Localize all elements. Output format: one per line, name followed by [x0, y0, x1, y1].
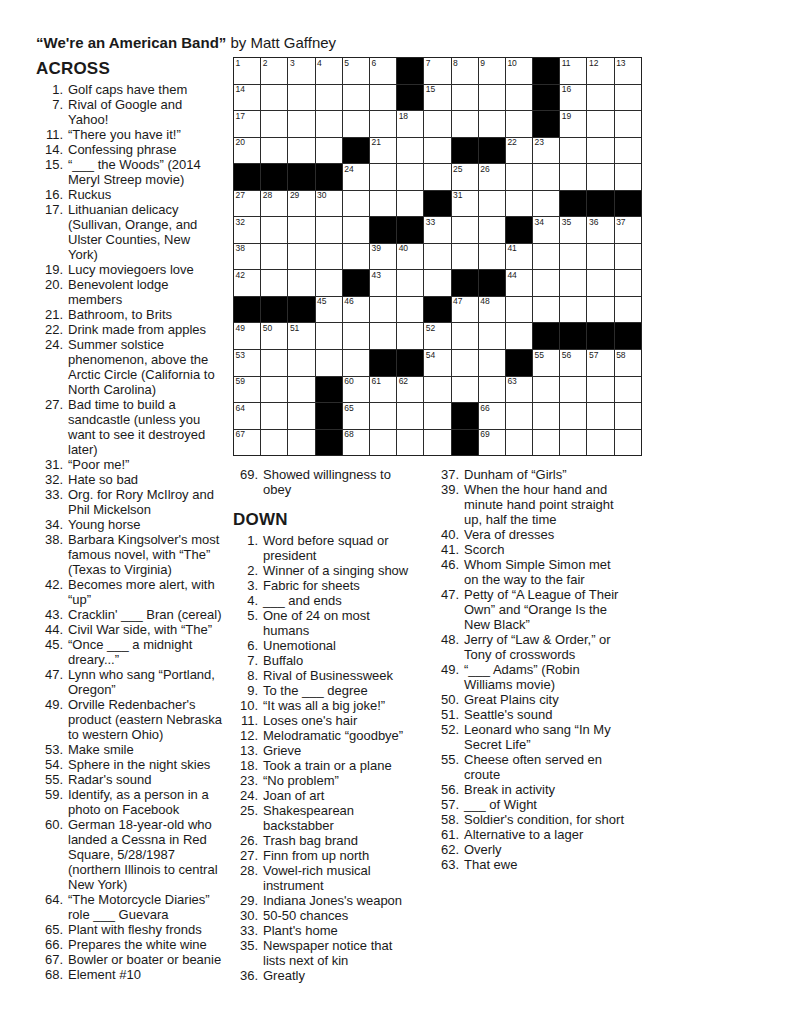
grid-cell[interactable]: 8: [452, 58, 478, 84]
puzzle-byline: by Matt Gaffney: [226, 34, 336, 51]
grid-cell[interactable]: [587, 164, 613, 190]
grid-cell[interactable]: 43: [370, 270, 396, 296]
clue-text: Bathroom, to Brits: [68, 307, 223, 322]
grid-cell[interactable]: [288, 350, 314, 376]
black-cell: [424, 191, 450, 217]
grid-cell[interactable]: [261, 217, 287, 243]
grid-cell[interactable]: [370, 323, 396, 349]
grid-cell[interactable]: 6: [370, 58, 396, 84]
grid-cell[interactable]: [506, 191, 532, 217]
across-clue-1: 1.Golf caps have them: [36, 82, 232, 97]
grid-cell[interactable]: [452, 111, 478, 137]
clue-text: Scorch: [464, 542, 624, 557]
grid-cell[interactable]: [615, 111, 641, 137]
clue-text: Trash bag brand: [263, 833, 413, 848]
grid-cell[interactable]: [615, 138, 641, 164]
grid-cell[interactable]: 25: [452, 164, 478, 190]
clue-number: 14.: [36, 142, 68, 157]
cell-number: 24: [344, 165, 353, 174]
grid-cell[interactable]: [506, 430, 532, 456]
grid-cell[interactable]: 17: [234, 111, 260, 137]
grid-cell[interactable]: [560, 270, 586, 296]
cell-number: 50: [263, 324, 272, 333]
clue-number: 47.: [36, 667, 68, 682]
clue-text: Lucy moviegoers love: [68, 262, 223, 277]
grid-cell[interactable]: 60: [343, 377, 369, 403]
clue-text: “No problem”: [263, 773, 413, 788]
grid-cell[interactable]: [397, 403, 423, 429]
grid-cell[interactable]: [424, 430, 450, 456]
grid-cell[interactable]: [424, 377, 450, 403]
grid-cell[interactable]: [370, 403, 396, 429]
grid-cell[interactable]: [288, 111, 314, 137]
grid-cell[interactable]: [560, 138, 586, 164]
grid-cell[interactable]: 3: [288, 58, 314, 84]
cell-number: 32: [236, 218, 245, 227]
clue-number: 53.: [36, 742, 68, 757]
down-clue-55: 55.Cheese often served en croute: [437, 752, 637, 782]
black-cell: [452, 430, 478, 456]
grid-cell[interactable]: [533, 270, 559, 296]
grid-cell[interactable]: [587, 270, 613, 296]
grid-cell[interactable]: 30: [316, 191, 342, 217]
clue-text: Cheese often served en croute: [464, 752, 624, 782]
cell-number: 39: [371, 244, 380, 253]
grid-cell[interactable]: 18: [397, 111, 423, 137]
grid-cell[interactable]: [424, 111, 450, 137]
grid-cell[interactable]: [397, 138, 423, 164]
clue-number: 1.: [36, 82, 68, 97]
grid-cell[interactable]: [261, 111, 287, 137]
cell-number: 31: [453, 191, 462, 200]
grid-cell[interactable]: [615, 430, 641, 456]
grid-cell[interactable]: 19: [560, 111, 586, 137]
black-cell: [397, 58, 423, 84]
grid-cell[interactable]: [587, 377, 613, 403]
across-clue-53: 53.Make smile: [36, 742, 232, 757]
grid-cell[interactable]: [370, 430, 396, 456]
clue-number: 9.: [233, 683, 263, 698]
black-cell: [397, 350, 423, 376]
grid-cell[interactable]: [288, 403, 314, 429]
grid-cell[interactable]: 20: [234, 138, 260, 164]
across-clues-continued: 69.Showed willingness to obey: [233, 467, 433, 497]
grid-cell[interactable]: 34: [533, 217, 559, 243]
clue-number: 49.: [437, 662, 464, 677]
cell-number: 26: [480, 165, 489, 174]
clue-number: 25.: [233, 803, 263, 818]
grid-cell[interactable]: [560, 430, 586, 456]
black-cell: [343, 138, 369, 164]
grid-cell[interactable]: 32: [234, 217, 260, 243]
cell-number: 40: [399, 244, 408, 253]
grid-cell[interactable]: [288, 430, 314, 456]
grid-cell[interactable]: [316, 323, 342, 349]
grid-cell[interactable]: [316, 244, 342, 270]
grid-cell[interactable]: 54: [424, 350, 450, 376]
puzzle-title: “We're an American Band” by Matt Gaffney: [36, 34, 336, 51]
grid-cell[interactable]: [452, 350, 478, 376]
grid-cell[interactable]: [370, 191, 396, 217]
clue-text: Took a train or a plane: [263, 758, 413, 773]
clue-text: Bowler or boater or beanie: [68, 952, 223, 967]
grid-cell[interactable]: [587, 85, 613, 111]
cell-number: 34: [535, 218, 544, 227]
down-clues-list-b: 37.Dunham of “Girls”39.When the hour han…: [437, 467, 637, 872]
grid-cell[interactable]: 14: [234, 85, 260, 111]
grid-cell[interactable]: 41: [506, 244, 532, 270]
grid-cell[interactable]: 39: [370, 244, 396, 270]
grid-cell[interactable]: [316, 111, 342, 137]
cell-number: 43: [371, 271, 380, 280]
across-clue-20: 20.Benevolent lodge members: [36, 277, 232, 307]
grid-cell[interactable]: [587, 403, 613, 429]
grid-cell[interactable]: [261, 403, 287, 429]
grid-cell[interactable]: [370, 297, 396, 323]
clue-text: 50-50 chances: [263, 908, 413, 923]
grid-cell[interactable]: [533, 430, 559, 456]
down-clue-56: 56.Break in activity: [437, 782, 637, 797]
grid-cell[interactable]: [397, 191, 423, 217]
grid-cell[interactable]: 44: [506, 270, 532, 296]
grid-cell[interactable]: 31: [452, 191, 478, 217]
clue-text: Finn from up north: [263, 848, 413, 863]
clue-number: 31.: [36, 457, 68, 472]
grid-cell[interactable]: 26: [479, 164, 505, 190]
grid-cell[interactable]: [560, 297, 586, 323]
grid-cell[interactable]: [316, 270, 342, 296]
grid-cell[interactable]: [261, 350, 287, 376]
grid-cell[interactable]: 29: [288, 191, 314, 217]
cell-number: 55: [535, 351, 544, 360]
grid-cell[interactable]: [424, 138, 450, 164]
grid-cell[interactable]: 61: [370, 377, 396, 403]
grid-cell[interactable]: [370, 164, 396, 190]
clue-text: “The Motorcycle Diaries” role ___ Guevar…: [68, 892, 223, 922]
grid-cell[interactable]: 40: [397, 244, 423, 270]
grid-cell[interactable]: [479, 191, 505, 217]
clue-text: That ewe: [464, 857, 624, 872]
grid-cell[interactable]: 58: [615, 350, 641, 376]
grid-cell[interactable]: 51: [288, 323, 314, 349]
grid-cell[interactable]: 10: [506, 58, 532, 84]
across-clue-34: 34.Young horse: [36, 517, 232, 532]
grid-cell[interactable]: [615, 297, 641, 323]
grid-cell[interactable]: [560, 403, 586, 429]
clue-text: When the hour hand and minute hand point…: [464, 482, 624, 527]
grid-cell[interactable]: [533, 403, 559, 429]
clue-text: Winner of a singing show: [263, 563, 413, 578]
cell-number: 3: [290, 59, 295, 68]
grid-cell[interactable]: 5: [343, 58, 369, 84]
grid-cell[interactable]: 13: [615, 58, 641, 84]
grid-cell[interactable]: 22: [506, 138, 532, 164]
grid-cell[interactable]: [397, 297, 423, 323]
grid-cell[interactable]: 36: [587, 217, 613, 243]
grid-cell[interactable]: 69: [479, 430, 505, 456]
grid-cell[interactable]: [533, 244, 559, 270]
cell-number: 18: [399, 112, 408, 121]
cell-number: 61: [371, 377, 380, 386]
clue-text: Bad time to build a sandcastle (unless y…: [68, 397, 223, 457]
clue-text: Petty of “A League of Their Own” and “Or…: [464, 587, 624, 632]
grid-cell[interactable]: [560, 377, 586, 403]
grid-cell[interactable]: [452, 85, 478, 111]
clue-text: Leonard who sang “In My Secret Life”: [464, 722, 624, 752]
black-cell: [533, 323, 559, 349]
clue-text: Civil War side, with “The”: [68, 622, 223, 637]
clue-text: Joan of art: [263, 788, 413, 803]
clue-number: 27.: [233, 848, 263, 863]
grid-cell[interactable]: [316, 217, 342, 243]
grid-cell[interactable]: 27: [234, 191, 260, 217]
grid-cell[interactable]: [261, 377, 287, 403]
clue-number: 64.: [36, 892, 68, 907]
cell-number: 29: [290, 191, 299, 200]
grid-cell[interactable]: [587, 297, 613, 323]
clue-number: 58.: [437, 812, 464, 827]
grid-cell[interactable]: [261, 270, 287, 296]
grid-cell[interactable]: 7: [424, 58, 450, 84]
grid-cell[interactable]: [587, 244, 613, 270]
down-clue-61: 61.Alternative to a lager: [437, 827, 637, 842]
grid-cell[interactable]: [533, 297, 559, 323]
grid-cell[interactable]: [424, 164, 450, 190]
grid-cell[interactable]: 9: [479, 58, 505, 84]
grid-cell[interactable]: [615, 377, 641, 403]
down-clue-36: 36.Greatly: [233, 968, 433, 983]
across-clue-22: 22.Drink made from apples: [36, 322, 232, 337]
grid-cell[interactable]: [288, 244, 314, 270]
grid-cell[interactable]: [560, 164, 586, 190]
cell-number: 53: [236, 351, 245, 360]
grid-cell[interactable]: [316, 85, 342, 111]
grid-cell[interactable]: [533, 191, 559, 217]
grid-cell[interactable]: [479, 244, 505, 270]
grid-cell[interactable]: [424, 403, 450, 429]
grid-cell[interactable]: [452, 323, 478, 349]
grid-cell[interactable]: [424, 244, 450, 270]
clue-number: 24.: [36, 337, 68, 352]
down-clue-3: 3.Fabric for sheets: [233, 578, 433, 593]
down-clue-62: 62.Overly: [437, 842, 637, 857]
clue-number: 60.: [36, 817, 68, 832]
grid-cell[interactable]: 2: [261, 58, 287, 84]
cell-number: 22: [507, 138, 516, 147]
grid-cell[interactable]: [397, 270, 423, 296]
grid-cell[interactable]: [343, 244, 369, 270]
grid-cell[interactable]: [615, 85, 641, 111]
grid-cell[interactable]: [615, 164, 641, 190]
grid-cell[interactable]: [370, 85, 396, 111]
clue-number: 36.: [233, 968, 263, 983]
black-cell: [587, 191, 613, 217]
cell-number: 20: [236, 138, 245, 147]
grid-cell[interactable]: 67: [234, 430, 260, 456]
clue-text: Plant with fleshy fronds: [68, 922, 223, 937]
clue-text: German 18-year-old who landed a Cessna i…: [68, 817, 223, 892]
grid-cell[interactable]: 1: [234, 58, 260, 84]
grid-cell[interactable]: 47: [452, 297, 478, 323]
grid-cell[interactable]: [506, 403, 532, 429]
clue-number: 39.: [437, 482, 464, 497]
grid-cell[interactable]: [288, 377, 314, 403]
clue-number: 11.: [36, 127, 68, 142]
grid-cell[interactable]: 49: [234, 323, 260, 349]
grid-cell[interactable]: [506, 85, 532, 111]
grid-cell[interactable]: [452, 377, 478, 403]
grid-cell[interactable]: [452, 244, 478, 270]
grid-cell[interactable]: [615, 270, 641, 296]
grid-cell[interactable]: [316, 350, 342, 376]
clue-text: Greatly: [263, 968, 413, 983]
grid-cell[interactable]: 65: [343, 403, 369, 429]
down-clue-40: 40.Vera of dresses: [437, 527, 637, 542]
grid-cell[interactable]: 37: [615, 217, 641, 243]
clue-text: Prepares the white wine: [68, 937, 223, 952]
grid-cell[interactable]: [288, 217, 314, 243]
grid-cell[interactable]: [587, 138, 613, 164]
grid-cell[interactable]: 55: [533, 350, 559, 376]
clue-text: Identify, as a person in a photo on Face…: [68, 787, 223, 817]
clue-text: Break in activity: [464, 782, 624, 797]
grid-cell[interactable]: [615, 244, 641, 270]
grid-cell[interactable]: [261, 430, 287, 456]
grid-cell[interactable]: 38: [234, 244, 260, 270]
grid-cell[interactable]: 50: [261, 323, 287, 349]
down-clue-23: 23.“No problem”: [233, 773, 433, 788]
clue-number: 63.: [437, 857, 464, 872]
down-clue-48: 48.Jerry of “Law & Order,” or Tony of cr…: [437, 632, 637, 662]
across-clue-21: 21.Bathroom, to Brits: [36, 307, 232, 322]
grid-cell[interactable]: [506, 323, 532, 349]
grid-cell[interactable]: [316, 138, 342, 164]
grid-cell[interactable]: 57: [587, 350, 613, 376]
grid-cell[interactable]: [533, 377, 559, 403]
grid-cell[interactable]: 62: [397, 377, 423, 403]
grid-cell[interactable]: [479, 85, 505, 111]
black-cell: [316, 430, 342, 456]
grid-cell[interactable]: [261, 85, 287, 111]
grid-cell[interactable]: [261, 138, 287, 164]
cell-number: 23: [535, 138, 544, 147]
down-clue-46: 46.Whom Simple Simon met on the way to t…: [437, 557, 637, 587]
grid-cell[interactable]: 64: [234, 403, 260, 429]
grid-cell[interactable]: [479, 217, 505, 243]
grid-cell[interactable]: 33: [424, 217, 450, 243]
down-clue-12: 12.Melodramatic “goodbye”: [233, 728, 433, 743]
grid-cell[interactable]: [506, 164, 532, 190]
grid-cell[interactable]: 45: [316, 297, 342, 323]
grid-cell[interactable]: 52: [424, 323, 450, 349]
grid-cell[interactable]: [615, 403, 641, 429]
across-clue-38: 38.Barbara Kingsolver's most famous nove…: [36, 532, 232, 577]
grid-cell[interactable]: 23: [533, 138, 559, 164]
clue-number: 56.: [437, 782, 464, 797]
grid-cell[interactable]: 15: [424, 85, 450, 111]
grid-cell[interactable]: [506, 297, 532, 323]
grid-cell[interactable]: [261, 244, 287, 270]
black-cell: [479, 138, 505, 164]
right-clues-column: 37.Dunham of “Girls”39.When the hour han…: [437, 467, 637, 872]
grid-cell[interactable]: [370, 111, 396, 137]
grid-cell[interactable]: 21: [370, 138, 396, 164]
clue-number: 68.: [36, 967, 68, 982]
grid-cell[interactable]: [533, 164, 559, 190]
grid-cell[interactable]: 42: [234, 270, 260, 296]
grid-cell[interactable]: 66: [479, 403, 505, 429]
grid-cell[interactable]: [479, 350, 505, 376]
clue-number: 45.: [36, 637, 68, 652]
cell-number: 44: [507, 271, 516, 280]
grid-cell[interactable]: [397, 323, 423, 349]
grid-cell[interactable]: [288, 85, 314, 111]
across-clue-60: 60.German 18-year-old who landed a Cessn…: [36, 817, 232, 892]
grid-cell[interactable]: 35: [560, 217, 586, 243]
cell-number: 6: [371, 59, 376, 68]
grid-cell[interactable]: [343, 350, 369, 376]
grid-cell[interactable]: [397, 164, 423, 190]
grid-cell[interactable]: [343, 323, 369, 349]
grid-cell[interactable]: [560, 244, 586, 270]
grid-cell[interactable]: [479, 377, 505, 403]
grid-cell[interactable]: [424, 270, 450, 296]
cell-number: 63: [507, 377, 516, 386]
grid-cell[interactable]: [343, 217, 369, 243]
grid-cell[interactable]: 4: [316, 58, 342, 84]
grid-cell[interactable]: 63: [506, 377, 532, 403]
grid-cell[interactable]: [479, 111, 505, 137]
grid-cell[interactable]: [343, 191, 369, 217]
clue-number: 67.: [36, 952, 68, 967]
clue-number: 12.: [233, 728, 263, 743]
grid-cell[interactable]: 56: [560, 350, 586, 376]
grid-cell[interactable]: [343, 111, 369, 137]
grid-cell[interactable]: 46: [343, 297, 369, 323]
grid-cell[interactable]: 68: [343, 430, 369, 456]
grid-cell[interactable]: 24: [343, 164, 369, 190]
clue-text: Great Plains city: [464, 692, 624, 707]
grid-cell[interactable]: 59: [234, 377, 260, 403]
grid-cell[interactable]: 12: [587, 58, 613, 84]
black-cell: [397, 217, 423, 243]
clue-text: Alternative to a lager: [464, 827, 624, 842]
clue-number: 11.: [233, 713, 263, 728]
grid-cell[interactable]: 11: [560, 58, 586, 84]
grid-cell[interactable]: [587, 430, 613, 456]
across-clue-31: 31.“Poor me!”: [36, 457, 232, 472]
grid-cell[interactable]: [343, 85, 369, 111]
grid-cell[interactable]: [397, 430, 423, 456]
down-clue-41: 41.Scorch: [437, 542, 637, 557]
grid-cell[interactable]: 28: [261, 191, 287, 217]
grid-cell[interactable]: [479, 323, 505, 349]
grid-cell[interactable]: 48: [479, 297, 505, 323]
down-clue-26: 26.Trash bag brand: [233, 833, 433, 848]
grid-cell[interactable]: [506, 111, 532, 137]
grid-cell[interactable]: [288, 270, 314, 296]
black-cell: [533, 111, 559, 137]
clue-text: Melodramatic “goodbye”: [263, 728, 413, 743]
clue-text: Showed willingness to obey: [263, 467, 413, 497]
grid-cell[interactable]: 53: [234, 350, 260, 376]
grid-cell[interactable]: [587, 111, 613, 137]
grid-cell[interactable]: 16: [560, 85, 586, 111]
cell-number: 57: [589, 351, 598, 360]
across-clue-16: 16.Ruckus: [36, 187, 232, 202]
grid-cell[interactable]: [452, 217, 478, 243]
grid-cell[interactable]: [288, 138, 314, 164]
